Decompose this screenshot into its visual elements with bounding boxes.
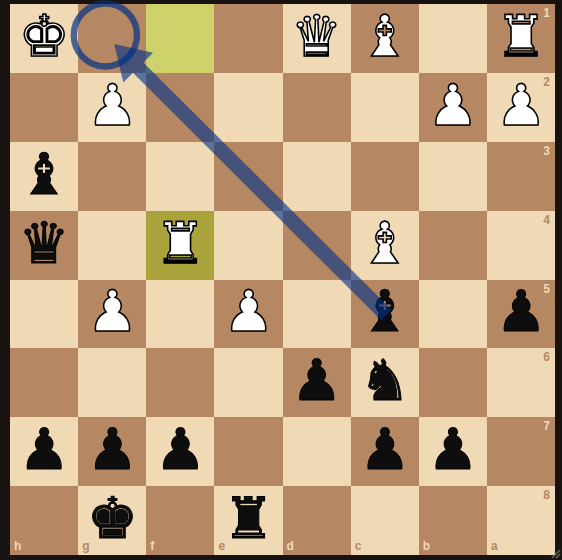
black-pawn-b7[interactable]: ♟ (427, 421, 478, 478)
square-d6[interactable]: ♟ (283, 348, 351, 417)
square-c5[interactable]: ♝ (351, 280, 419, 349)
white-pawn-e5[interactable]: ♟ (223, 283, 274, 340)
rank-label-6: 6 (543, 350, 550, 364)
file-label-c: c (355, 539, 362, 553)
black-pawn-c7[interactable]: ♟ (359, 421, 410, 478)
square-g1[interactable] (78, 4, 146, 73)
black-pawn-f7[interactable]: ♟ (155, 421, 206, 478)
chess-board: ♚♛♝1♜♟♟2♟♝3♛♜♝4♟♟♝5♟♟♞6♟♟♟♟♟7hg♚fe♜dcba8 (10, 4, 555, 555)
black-bishop-h3[interactable]: ♝ (19, 146, 70, 203)
rank-label-8: 8 (543, 488, 550, 502)
square-e2[interactable] (214, 73, 282, 142)
file-label-h: h (14, 539, 21, 553)
square-g8[interactable]: g♚ (78, 486, 146, 555)
square-h2[interactable] (10, 73, 78, 142)
chess-board-frame: ♚♛♝1♜♟♟2♟♝3♛♜♝4♟♟♝5♟♟♞6♟♟♟♟♟7hg♚fe♜dcba8 (0, 0, 562, 560)
black-pawn-a5[interactable]: ♟ (495, 283, 546, 340)
square-h4[interactable]: ♛ (10, 211, 78, 280)
square-f8[interactable]: f (146, 486, 214, 555)
square-h3[interactable]: ♝ (10, 142, 78, 211)
square-h8[interactable]: h (10, 486, 78, 555)
white-king-h1[interactable]: ♚ (19, 8, 70, 65)
square-d4[interactable] (283, 211, 351, 280)
white-rook-f4[interactable]: ♜ (155, 215, 206, 272)
square-d5[interactable] (283, 280, 351, 349)
white-pawn-a2[interactable]: ♟ (495, 77, 546, 134)
square-g5[interactable]: ♟ (78, 280, 146, 349)
square-e4[interactable] (214, 211, 282, 280)
square-b5[interactable] (419, 280, 487, 349)
square-b2[interactable]: ♟ (419, 73, 487, 142)
square-h6[interactable] (10, 348, 78, 417)
black-pawn-g7[interactable]: ♟ (87, 421, 138, 478)
square-c7[interactable]: ♟ (351, 417, 419, 486)
black-pawn-h7[interactable]: ♟ (19, 421, 70, 478)
square-d7[interactable] (283, 417, 351, 486)
square-f3[interactable] (146, 142, 214, 211)
file-label-a: a (491, 539, 498, 553)
black-queen-h4[interactable]: ♛ (19, 215, 70, 272)
square-c8[interactable]: c (351, 486, 419, 555)
rank-label-4: 4 (543, 213, 550, 227)
file-label-f: f (150, 539, 154, 553)
square-g7[interactable]: ♟ (78, 417, 146, 486)
square-d2[interactable] (283, 73, 351, 142)
square-h1[interactable]: ♚ (10, 4, 78, 73)
black-knight-c6[interactable]: ♞ (359, 352, 410, 409)
square-d8[interactable]: d (283, 486, 351, 555)
square-h7[interactable]: ♟ (10, 417, 78, 486)
square-c3[interactable] (351, 142, 419, 211)
rank-label-3: 3 (543, 144, 550, 158)
square-b3[interactable] (419, 142, 487, 211)
square-e6[interactable] (214, 348, 282, 417)
square-f4[interactable]: ♜ (146, 211, 214, 280)
white-pawn-g2[interactable]: ♟ (87, 77, 138, 134)
file-label-d: d (287, 539, 294, 553)
white-pawn-b2[interactable]: ♟ (427, 77, 478, 134)
square-a6[interactable]: 6 (487, 348, 555, 417)
square-e7[interactable] (214, 417, 282, 486)
square-f5[interactable] (146, 280, 214, 349)
square-e5[interactable]: ♟ (214, 280, 282, 349)
square-f7[interactable]: ♟ (146, 417, 214, 486)
white-rook-a1[interactable]: ♜ (495, 8, 546, 65)
square-b8[interactable]: b (419, 486, 487, 555)
black-king-g8[interactable]: ♚ (87, 490, 138, 547)
square-b4[interactable] (419, 211, 487, 280)
square-b1[interactable] (419, 4, 487, 73)
square-f2[interactable] (146, 73, 214, 142)
square-c1[interactable]: ♝ (351, 4, 419, 73)
square-h5[interactable] (10, 280, 78, 349)
black-bishop-c5[interactable]: ♝ (359, 283, 410, 340)
square-d1[interactable]: ♛ (283, 4, 351, 73)
square-a4[interactable]: 4 (487, 211, 555, 280)
square-a7[interactable]: 7 (487, 417, 555, 486)
square-f6[interactable] (146, 348, 214, 417)
black-pawn-d6[interactable]: ♟ (291, 352, 342, 409)
square-a5[interactable]: 5♟ (487, 280, 555, 349)
square-a8[interactable]: a8 (487, 486, 555, 555)
square-c6[interactable]: ♞ (351, 348, 419, 417)
square-e3[interactable] (214, 142, 282, 211)
square-g3[interactable] (78, 142, 146, 211)
square-c2[interactable] (351, 73, 419, 142)
file-label-b: b (423, 539, 430, 553)
white-bishop-c4[interactable]: ♝ (359, 215, 410, 272)
square-c4[interactable]: ♝ (351, 211, 419, 280)
square-a2[interactable]: 2♟ (487, 73, 555, 142)
square-e8[interactable]: e♜ (214, 486, 282, 555)
white-queen-d1[interactable]: ♛ (291, 8, 342, 65)
square-a1[interactable]: 1♜ (487, 4, 555, 73)
rank-label-7: 7 (543, 419, 550, 433)
square-d3[interactable] (283, 142, 351, 211)
white-bishop-c1[interactable]: ♝ (359, 8, 410, 65)
board-resize-handle-icon[interactable] (548, 546, 561, 559)
black-rook-e8[interactable]: ♜ (223, 490, 274, 547)
square-g4[interactable] (78, 211, 146, 280)
square-b7[interactable]: ♟ (419, 417, 487, 486)
white-pawn-g5[interactable]: ♟ (87, 283, 138, 340)
square-g6[interactable] (78, 348, 146, 417)
square-e1[interactable] (214, 4, 282, 73)
square-g2[interactable]: ♟ (78, 73, 146, 142)
square-f1[interactable] (146, 4, 214, 73)
square-a3[interactable]: 3 (487, 142, 555, 211)
square-b6[interactable] (419, 348, 487, 417)
